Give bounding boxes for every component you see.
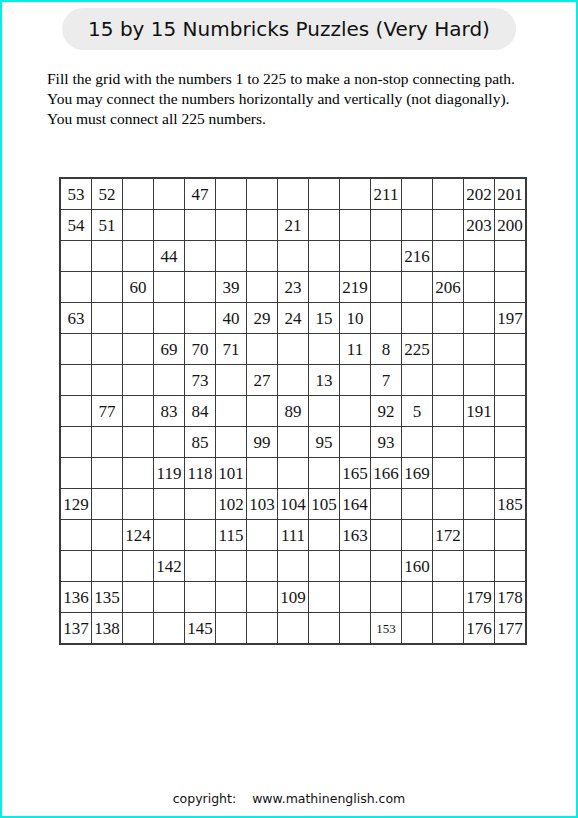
grid-cell-empty[interactable]	[309, 272, 339, 302]
grid-cell-given: 51	[92, 210, 122, 240]
grid-cell-empty[interactable]	[123, 179, 153, 209]
grid-cell-empty[interactable]	[278, 241, 308, 271]
grid-cell-given: 53	[61, 179, 91, 209]
grid-cell-given: 15	[309, 303, 339, 333]
grid-cell-empty[interactable]	[61, 241, 91, 271]
grid-cell-empty[interactable]	[495, 365, 525, 395]
grid-cell-empty[interactable]	[247, 241, 277, 271]
grid-cell-given: 71	[216, 334, 246, 364]
grid-cell-empty[interactable]	[123, 396, 153, 426]
grid-cell-empty[interactable]	[402, 613, 432, 643]
grid-cell-given: 129	[61, 489, 91, 519]
grid-cell-empty[interactable]	[278, 458, 308, 488]
grid-cell-empty[interactable]	[340, 551, 370, 581]
grid-cell-given: 111	[278, 520, 308, 550]
grid-cell-empty[interactable]	[247, 272, 277, 302]
page-title: 15 by 15 Numbricks Puzzles (Very Hard)	[62, 8, 516, 50]
grid-cell-empty[interactable]	[309, 241, 339, 271]
grid-cell-given: 160	[402, 551, 432, 581]
grid-cell-given: 178	[495, 582, 525, 612]
grid-cell-given: 11	[340, 334, 370, 364]
grid-cell-given: 185	[495, 489, 525, 519]
grid-cell-empty[interactable]	[185, 210, 215, 240]
grid-cell-given: 60	[123, 272, 153, 302]
grid-cell-empty[interactable]	[464, 334, 494, 364]
grid-cell-empty[interactable]	[61, 365, 91, 395]
grid-cell-empty[interactable]	[92, 365, 122, 395]
grid-cell-given: 153	[371, 613, 401, 643]
grid-cell-empty[interactable]	[433, 334, 463, 364]
grid-cell-empty[interactable]	[154, 365, 184, 395]
grid-cell-empty[interactable]	[402, 427, 432, 457]
grid-cell-given: 225	[402, 334, 432, 364]
grid-cell-given: 203	[464, 210, 494, 240]
grid-cell-given: 145	[185, 613, 215, 643]
grid-cell-given: 89	[278, 396, 308, 426]
grid-cell-empty[interactable]	[154, 582, 184, 612]
grid-cell-empty[interactable]	[464, 489, 494, 519]
grid-cell-given: 115	[216, 520, 246, 550]
grid-cell-empty[interactable]	[278, 613, 308, 643]
grid-cell-empty[interactable]	[371, 272, 401, 302]
grid-cell-empty[interactable]	[123, 458, 153, 488]
grid-cell-empty[interactable]	[185, 303, 215, 333]
grid-cell-empty[interactable]	[247, 334, 277, 364]
instructions: Fill the grid with the numbers 1 to 225 …	[47, 69, 515, 129]
grid-cell-empty[interactable]	[309, 179, 339, 209]
grid-cell-empty[interactable]	[247, 179, 277, 209]
grid-cell-empty[interactable]	[278, 551, 308, 581]
grid-cell-empty[interactable]	[123, 303, 153, 333]
grid-cell-empty[interactable]	[247, 582, 277, 612]
grid-cell-empty[interactable]	[433, 241, 463, 271]
grid-cell-empty[interactable]	[309, 396, 339, 426]
grid-cell-empty[interactable]	[433, 210, 463, 240]
grid-cell-given: 29	[247, 303, 277, 333]
grid-cell-empty[interactable]	[61, 396, 91, 426]
grid-cell-empty[interactable]	[464, 520, 494, 550]
grid-cell-given: 70	[185, 334, 215, 364]
grid-cell-empty[interactable]	[92, 334, 122, 364]
grid-cell-empty[interactable]	[495, 427, 525, 457]
grid-cell-given: 5	[402, 396, 432, 426]
grid-cell-empty[interactable]	[92, 489, 122, 519]
grid-cell-given: 137	[61, 613, 91, 643]
grid-cell-empty[interactable]	[216, 210, 246, 240]
grid-cell-given: 47	[185, 179, 215, 209]
grid-cell-empty[interactable]	[402, 179, 432, 209]
grid-cell-empty[interactable]	[464, 458, 494, 488]
grid-cell-empty[interactable]	[495, 551, 525, 581]
grid-cell-empty[interactable]	[340, 613, 370, 643]
grid-cell-given: 69	[154, 334, 184, 364]
grid-cell-empty[interactable]	[402, 520, 432, 550]
grid-cell-empty[interactable]	[464, 365, 494, 395]
grid-cell-empty[interactable]	[495, 396, 525, 426]
grid-cell-empty[interactable]	[340, 241, 370, 271]
grid-cell-given: 142	[154, 551, 184, 581]
grid-cell-given: 8	[371, 334, 401, 364]
grid-cell-empty[interactable]	[433, 613, 463, 643]
grid-cell-given: 119	[154, 458, 184, 488]
grid-cell-given: 124	[123, 520, 153, 550]
grid-cell-empty[interactable]	[464, 241, 494, 271]
grid-cell-empty[interactable]	[278, 427, 308, 457]
grid-cell-empty[interactable]	[402, 489, 432, 519]
grid-cell-given: 169	[402, 458, 432, 488]
grid-cell-given: 176	[464, 613, 494, 643]
grid-cell-given: 135	[92, 582, 122, 612]
grid-cell-empty[interactable]	[216, 179, 246, 209]
grid-cell-empty[interactable]	[371, 303, 401, 333]
grid-cell-empty[interactable]	[216, 365, 246, 395]
grid-cell-empty[interactable]	[185, 272, 215, 302]
grid-cell-given: 39	[216, 272, 246, 302]
grid-cell-empty[interactable]	[402, 303, 432, 333]
grid-cell-empty[interactable]	[92, 272, 122, 302]
grid-cell-empty[interactable]	[185, 551, 215, 581]
grid-cell-given: 7	[371, 365, 401, 395]
grid-cell-given: 166	[371, 458, 401, 488]
grid-cell-empty[interactable]	[61, 520, 91, 550]
grid-cell-given: 23	[278, 272, 308, 302]
grid-cell-empty[interactable]	[247, 458, 277, 488]
grid-cell-given: 197	[495, 303, 525, 333]
grid-cell-empty[interactable]	[433, 365, 463, 395]
grid-cell-empty[interactable]	[216, 396, 246, 426]
grid-cell-empty[interactable]	[123, 241, 153, 271]
grid-cell-empty[interactable]	[216, 582, 246, 612]
grid-cell-empty[interactable]	[495, 272, 525, 302]
grid-cell-empty[interactable]	[216, 551, 246, 581]
grid-cell-empty[interactable]	[371, 520, 401, 550]
grid-cell-empty[interactable]	[154, 520, 184, 550]
grid-cell-empty[interactable]	[61, 551, 91, 581]
grid-cell-given: 85	[185, 427, 215, 457]
grid-cell-empty[interactable]	[309, 210, 339, 240]
grid-cell-given: 136	[61, 582, 91, 612]
instruction-line: You may connect the numbers horizontally…	[47, 89, 515, 109]
worksheet-page: { "page": { "title": "15 by 15 Numbricks…	[0, 0, 578, 818]
grid-cell-empty[interactable]	[402, 210, 432, 240]
site-url: www.mathinenglish.com	[252, 791, 405, 806]
grid-cell-given: 177	[495, 613, 525, 643]
grid-cell-empty[interactable]	[123, 613, 153, 643]
grid-cell-empty[interactable]	[464, 551, 494, 581]
grid-cell-empty[interactable]	[247, 551, 277, 581]
grid-cell-given: 77	[92, 396, 122, 426]
numbricks-grid: 5352472112022015451212032004421660392321…	[59, 177, 527, 645]
grid-cell-empty[interactable]	[123, 489, 153, 519]
grid-cell-empty[interactable]	[495, 458, 525, 488]
grid-cell-empty[interactable]	[154, 427, 184, 457]
grid-cell-empty[interactable]	[61, 458, 91, 488]
grid-cell-given: 201	[495, 179, 525, 209]
grid-cell-empty[interactable]	[309, 613, 339, 643]
grid-cell-given: 179	[464, 582, 494, 612]
grid-cell-given: 118	[185, 458, 215, 488]
grid-cell-empty[interactable]	[371, 551, 401, 581]
grid-cell-empty[interactable]	[340, 179, 370, 209]
grid-cell-empty[interactable]	[278, 365, 308, 395]
grid-cell-given: 52	[92, 179, 122, 209]
grid-cell-empty[interactable]	[123, 334, 153, 364]
grid-cell-empty[interactable]	[464, 272, 494, 302]
grid-cell-given: 164	[340, 489, 370, 519]
grid-cell-empty[interactable]	[185, 241, 215, 271]
grid-cell-given: 92	[371, 396, 401, 426]
grid-cell-given: 84	[185, 396, 215, 426]
grid-cell-empty[interactable]	[92, 427, 122, 457]
grid-cell-empty[interactable]	[433, 396, 463, 426]
grid-cell-given: 219	[340, 272, 370, 302]
grid-cell-given: 105	[309, 489, 339, 519]
grid-cell-given: 211	[371, 179, 401, 209]
grid-cell-empty[interactable]	[278, 179, 308, 209]
grid-cell-given: 103	[247, 489, 277, 519]
grid-cell-given: 99	[247, 427, 277, 457]
grid-cell-empty[interactable]	[247, 396, 277, 426]
grid-cell-given: 104	[278, 489, 308, 519]
grid-cell-given: 73	[185, 365, 215, 395]
grid-cell-given: 172	[433, 520, 463, 550]
grid-cell-empty[interactable]	[371, 241, 401, 271]
grid-cell-empty[interactable]	[340, 396, 370, 426]
grid-cell-empty[interactable]	[340, 427, 370, 457]
grid-cell-empty[interactable]	[371, 210, 401, 240]
grid-cell-empty[interactable]	[154, 303, 184, 333]
grid-cell-given: 24	[278, 303, 308, 333]
grid-cell-empty[interactable]	[309, 520, 339, 550]
grid-cell-empty[interactable]	[185, 520, 215, 550]
grid-cell-empty[interactable]	[402, 272, 432, 302]
grid-cell-empty[interactable]	[61, 272, 91, 302]
grid-cell-empty[interactable]	[92, 303, 122, 333]
grid-cell-empty[interactable]	[123, 210, 153, 240]
grid-cell-empty[interactable]	[185, 489, 215, 519]
grid-cell-empty[interactable]	[309, 334, 339, 364]
grid-cell-empty[interactable]	[433, 489, 463, 519]
grid-cell-empty[interactable]	[309, 458, 339, 488]
grid-cell-given: 93	[371, 427, 401, 457]
grid-cell-empty[interactable]	[340, 210, 370, 240]
grid-cell-empty[interactable]	[433, 303, 463, 333]
grid-cell-given: 109	[278, 582, 308, 612]
grid-cell-empty[interactable]	[433, 458, 463, 488]
grid-cell-empty[interactable]	[92, 520, 122, 550]
grid-cell-given: 95	[309, 427, 339, 457]
grid-cell-given: 13	[309, 365, 339, 395]
grid-cell-empty[interactable]	[185, 582, 215, 612]
grid-cell-given: 21	[278, 210, 308, 240]
grid-cell-empty[interactable]	[433, 582, 463, 612]
grid-cell-empty[interactable]	[433, 179, 463, 209]
grid-cell-empty[interactable]	[340, 365, 370, 395]
instruction-line: Fill the grid with the numbers 1 to 225 …	[47, 69, 515, 89]
grid-cell-empty[interactable]	[123, 551, 153, 581]
grid-cell-empty[interactable]	[92, 551, 122, 581]
grid-cell-empty[interactable]	[92, 241, 122, 271]
grid-cell-given: 200	[495, 210, 525, 240]
grid-cell-given: 163	[340, 520, 370, 550]
grid-cell-given: 10	[340, 303, 370, 333]
grid-cell-empty[interactable]	[92, 458, 122, 488]
grid-cell-given: 40	[216, 303, 246, 333]
grid-cell-empty[interactable]	[278, 334, 308, 364]
grid-cell-empty[interactable]	[402, 582, 432, 612]
grid-cell-given: 138	[92, 613, 122, 643]
grid-cell-empty[interactable]	[495, 241, 525, 271]
grid-cell-empty[interactable]	[340, 582, 370, 612]
grid-cell-empty[interactable]	[495, 334, 525, 364]
grid-cell-empty[interactable]	[154, 489, 184, 519]
grid-cell-empty[interactable]	[247, 210, 277, 240]
grid-cell-empty[interactable]	[216, 241, 246, 271]
grid-cell-empty[interactable]	[123, 582, 153, 612]
grid-cell-empty[interactable]	[154, 210, 184, 240]
grid-cell-empty[interactable]	[464, 427, 494, 457]
grid-cell-empty[interactable]	[61, 334, 91, 364]
grid-cell-empty[interactable]	[123, 365, 153, 395]
grid-cell-empty[interactable]	[433, 427, 463, 457]
instruction-line: You must connect all 225 numbers.	[47, 109, 515, 129]
grid-cell-given: 83	[154, 396, 184, 426]
grid-cell-empty[interactable]	[61, 427, 91, 457]
grid-cell-empty[interactable]	[123, 427, 153, 457]
grid-cell-empty[interactable]	[309, 582, 339, 612]
copyright-label: copyright:	[173, 791, 236, 806]
grid-cell-given: 206	[433, 272, 463, 302]
grid-cell-empty[interactable]	[247, 520, 277, 550]
grid-cell-given: 165	[340, 458, 370, 488]
grid-cell-empty[interactable]	[154, 613, 184, 643]
grid-cell-empty[interactable]	[371, 489, 401, 519]
grid-cell-empty[interactable]	[309, 551, 339, 581]
grid-cell-empty[interactable]	[495, 520, 525, 550]
grid-cell-given: 216	[402, 241, 432, 271]
grid-cell-empty[interactable]	[371, 582, 401, 612]
grid-cell-given: 101	[216, 458, 246, 488]
grid-cell-empty[interactable]	[464, 303, 494, 333]
grid-cell-given: 63	[61, 303, 91, 333]
grid-cell-given: 191	[464, 396, 494, 426]
grid-cell-given: 27	[247, 365, 277, 395]
grid-cell-empty[interactable]	[154, 179, 184, 209]
footer: copyright: www.mathinenglish.com	[2, 791, 576, 806]
grid-cell-empty[interactable]	[154, 272, 184, 302]
grid-cell-given: 54	[61, 210, 91, 240]
grid-cell-empty[interactable]	[216, 613, 246, 643]
grid-cell-empty[interactable]	[216, 427, 246, 457]
grid-cell-empty[interactable]	[247, 613, 277, 643]
grid-cell-empty[interactable]	[402, 365, 432, 395]
grid-cell-empty[interactable]	[433, 551, 463, 581]
grid-cell-given: 102	[216, 489, 246, 519]
grid-cell-given: 44	[154, 241, 184, 271]
grid-cell-given: 202	[464, 179, 494, 209]
